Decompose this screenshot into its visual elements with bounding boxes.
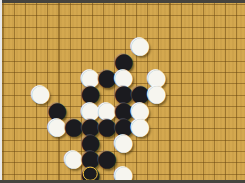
white-stone: ● xyxy=(149,85,166,101)
white-stone: ● xyxy=(49,118,66,134)
white-stone-glyph: ● xyxy=(114,134,134,150)
gomoku-board[interactable]: ●●●●●●●●●●●●●●●●●●●●●●●●●●●●● xyxy=(0,0,245,183)
black-stone: ● xyxy=(115,85,132,101)
white-stone: ● xyxy=(32,85,49,101)
white-stone: ● xyxy=(66,150,83,166)
black-stone-glyph: ● xyxy=(80,118,100,134)
black-stone-glyph: ● xyxy=(97,150,117,166)
black-stone: ● xyxy=(99,118,116,134)
last-move-marker xyxy=(83,167,98,182)
board-grid: ●●●●●●●●●●●●●●●●●●●●●●●●●●●●● xyxy=(0,5,245,183)
white-stone: ● xyxy=(132,37,149,53)
black-stone: ● xyxy=(115,53,132,69)
black-stone: ● xyxy=(66,118,83,134)
black-stone: ● xyxy=(115,118,132,134)
white-stone-glyph: ● xyxy=(147,69,167,85)
white-stone: ● xyxy=(115,69,132,85)
white-stone: ● xyxy=(132,101,149,117)
white-stone-glyph: ● xyxy=(130,102,150,118)
black-stone: ● xyxy=(115,101,132,117)
black-stone: ● xyxy=(82,85,99,101)
white-stone-glyph: ● xyxy=(147,85,167,101)
white-stone-glyph: ● xyxy=(47,118,67,134)
black-stone-glyph: ● xyxy=(47,102,67,118)
white-stone-glyph: ● xyxy=(80,102,100,118)
black-stone: ● xyxy=(82,118,99,134)
white-stone-glyph: ● xyxy=(80,69,100,85)
white-stone: ● xyxy=(99,101,116,117)
black-stone: ● xyxy=(99,69,116,85)
board-left-border xyxy=(0,0,2,183)
white-stone-glyph: ● xyxy=(130,37,150,53)
black-stone: ● xyxy=(82,134,99,150)
black-stone-glyph: ● xyxy=(64,118,84,134)
game-screenshot: ●●●●●●●●●●●●●●●●●●●●●●●●●●●●● xyxy=(0,0,245,183)
black-stone-glyph: ● xyxy=(130,85,150,101)
black-stone-glyph: ● xyxy=(80,85,100,101)
board-bottom-border xyxy=(0,180,245,183)
white-stone-glyph: ● xyxy=(31,85,51,101)
black-stone-glyph: ● xyxy=(80,150,100,166)
black-stone-glyph: ● xyxy=(114,85,134,101)
white-stone-glyph: ● xyxy=(130,118,150,134)
black-stone-glyph: ● xyxy=(114,53,134,69)
black-stone-glyph: ● xyxy=(114,118,134,134)
black-stone: ● xyxy=(82,150,99,166)
white-stone: ● xyxy=(82,101,99,117)
black-stone-glyph: ● xyxy=(97,69,117,85)
black-stone: ● xyxy=(99,150,116,166)
black-stone: ● xyxy=(132,85,149,101)
board-top-border xyxy=(0,0,245,3)
white-stone-glyph: ● xyxy=(64,150,84,166)
white-stone-glyph: ● xyxy=(114,69,134,85)
white-stone: ● xyxy=(115,134,132,150)
black-stone: ● xyxy=(49,101,66,117)
white-stone-glyph: ● xyxy=(97,102,117,118)
white-stone: ● xyxy=(82,69,99,85)
black-stone-glyph: ● xyxy=(80,134,100,150)
white-stone: ● xyxy=(132,118,149,134)
white-stone: ● xyxy=(149,69,166,85)
black-stone-glyph: ● xyxy=(114,102,134,118)
black-stone-glyph: ● xyxy=(97,118,117,134)
